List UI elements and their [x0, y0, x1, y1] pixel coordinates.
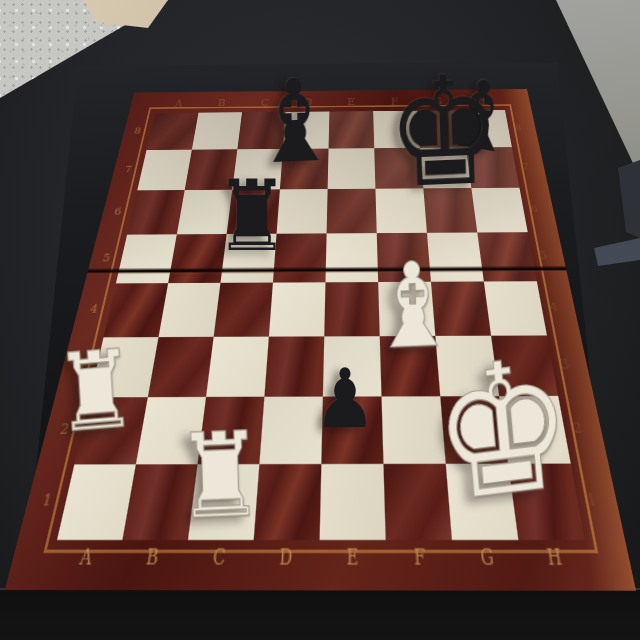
rank-label-5-left: 5: [98, 252, 115, 265]
white-rook-c1[interactable]: ♜: [174, 431, 266, 521]
rank-label-4-left: 4: [85, 302, 103, 316]
white-king-g1[interactable]: ♚: [429, 355, 578, 504]
black-pawn-e2[interactable]: ♟: [314, 369, 376, 429]
square-b3[interactable]: [148, 337, 214, 397]
file-label-E-bottom: E: [339, 547, 366, 570]
file-label-A-top: A: [169, 99, 188, 109]
file-label-B-top: B: [212, 98, 231, 108]
chess-photo-scene: ABCDEFGH ABCDEFGH 12345678 12345678 ♝♚♝♜…: [0, 0, 640, 640]
file-labels-bottom: ABCDEFGH: [49, 546, 592, 576]
table-front-edge: [0, 588, 640, 640]
rank-label-6-right: 6: [526, 203, 542, 215]
file-label-B-bottom: B: [137, 546, 167, 569]
square-a5[interactable]: [116, 234, 177, 283]
file-label-F-bottom: F: [406, 547, 434, 570]
floor-object-dark: [594, 160, 640, 250]
floor-object-blue: [592, 236, 640, 268]
rank-label-1-left: 1: [36, 491, 59, 511]
file-label-E-top: E: [343, 97, 360, 107]
black-king-g7[interactable]: ♚: [386, 75, 504, 190]
square-b8[interactable]: [192, 112, 242, 149]
square-d4[interactable]: [269, 282, 326, 336]
file-label-D-bottom: D: [272, 546, 300, 569]
file-label-G-bottom: G: [472, 547, 501, 570]
square-e1[interactable]: [320, 464, 386, 540]
file-label-C-bottom: C: [204, 546, 233, 569]
square-h5[interactable]: [477, 232, 537, 281]
white-rook-a2[interactable]: ♜: [53, 349, 139, 434]
square-c3[interactable]: [206, 337, 269, 397]
square-a6[interactable]: [127, 190, 185, 235]
rank-label-6-left: 6: [110, 206, 126, 218]
square-e6[interactable]: [327, 189, 377, 234]
black-bishop-d7[interactable]: ♝: [250, 78, 339, 166]
rank-label-5-right: 5: [535, 249, 552, 262]
file-label-A-bottom: A: [70, 546, 101, 569]
square-a7[interactable]: [137, 150, 192, 191]
rank-label-4-right: 4: [545, 300, 563, 314]
square-c4[interactable]: [214, 283, 273, 337]
file-label-H-bottom: H: [539, 547, 570, 570]
rank-label-7-left: 7: [120, 164, 136, 175]
rank-label-1-right: 1: [581, 490, 603, 510]
rank-label-7-right: 7: [518, 161, 533, 172]
square-a8[interactable]: [147, 113, 199, 150]
black-rook-c5[interactable]: ♜: [215, 180, 290, 252]
square-b4[interactable]: [159, 283, 221, 337]
rank-label-8-left: 8: [130, 126, 145, 136]
